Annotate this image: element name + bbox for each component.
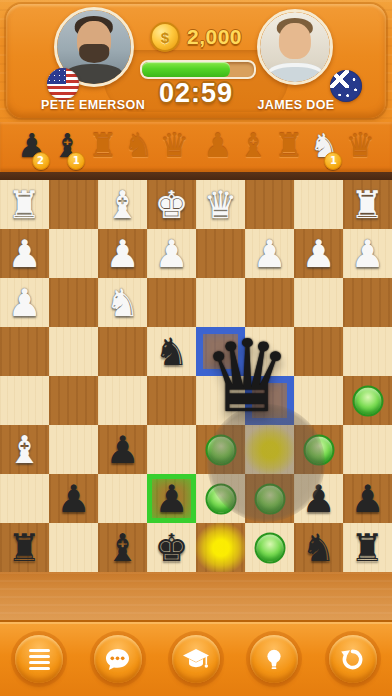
piece-wP-b2[interactable]: ♟ bbox=[294, 229, 343, 278]
captured-slot-rook: ♜ bbox=[271, 122, 307, 172]
piece-wP-a2[interactable]: ♟ bbox=[343, 229, 392, 278]
piece-wK-e1[interactable]: ♚ bbox=[147, 180, 196, 229]
square-h8[interactable]: ♜ bbox=[0, 523, 49, 572]
move-timer: 02:59 bbox=[116, 78, 276, 109]
square-c2[interactable]: ♟ bbox=[245, 229, 294, 278]
piece-wP-f2[interactable]: ♟ bbox=[98, 229, 147, 278]
captured-slot-bishop: ♝ bbox=[236, 122, 272, 172]
piece-bP-e7[interactable]: ♟ bbox=[147, 474, 196, 523]
piece-wB-f1[interactable]: ♝ bbox=[98, 180, 147, 229]
piece-bN-b8[interactable]: ♞ bbox=[294, 523, 343, 572]
square-g3[interactable] bbox=[49, 278, 98, 327]
legal-move-dot[interactable] bbox=[205, 483, 236, 514]
captured-tray-right: ♟♝♜♞1♛ bbox=[200, 122, 378, 172]
dragged-black-queen[interactable]: ♛ bbox=[198, 324, 296, 432]
coin-amount: 2,000 bbox=[187, 25, 242, 49]
captured-slot-knight: ♞1 bbox=[307, 122, 343, 172]
legal-move-dot[interactable] bbox=[254, 483, 285, 514]
square-h4[interactable] bbox=[0, 327, 49, 376]
piece-bN-e4[interactable]: ♞ bbox=[147, 327, 196, 376]
legal-move-dot[interactable] bbox=[205, 434, 236, 465]
chess-board: ♜♝♚♛♜♟♟♟♟♟♟♟♞♞♝♟♟♟♟♟♜♝♚♞♜ bbox=[0, 180, 392, 572]
coin-icon: $ bbox=[150, 22, 180, 52]
piece-wR-a1[interactable]: ♜ bbox=[343, 180, 392, 229]
turn-progress-fill bbox=[142, 62, 230, 77]
captured-slot-rook: ♜ bbox=[85, 122, 121, 172]
chess-app-screen: PETE EMERSON JAMES DOE $ 2,000 02:59 ♟2♝… bbox=[0, 0, 392, 696]
usa-flag-icon bbox=[47, 68, 79, 100]
square-e1[interactable]: ♚ bbox=[147, 180, 196, 229]
piece-bK-e8[interactable]: ♚ bbox=[147, 523, 196, 572]
undo-button[interactable] bbox=[329, 635, 377, 683]
piece-bR-a8[interactable]: ♜ bbox=[343, 523, 392, 572]
square-h2[interactable]: ♟ bbox=[0, 229, 49, 278]
square-h3[interactable]: ♟ bbox=[0, 278, 49, 327]
square-c1[interactable] bbox=[245, 180, 294, 229]
yellow-glow bbox=[195, 522, 247, 574]
square-f3[interactable]: ♞ bbox=[98, 278, 147, 327]
piece-bP-b7[interactable]: ♟ bbox=[294, 474, 343, 523]
pawn-silhouette-icon: ♟ bbox=[203, 126, 233, 165]
queen-silhouette-icon: ♛ bbox=[345, 126, 375, 165]
queen-silhouette-icon: ♛ bbox=[159, 126, 189, 165]
knight-silhouette-icon: ♞ bbox=[124, 126, 154, 165]
captured-slot-pawn: ♟ bbox=[200, 122, 236, 172]
menu-button[interactable] bbox=[15, 635, 63, 683]
captured-slot-pawn: ♟2 bbox=[14, 122, 50, 172]
square-d2[interactable] bbox=[196, 229, 245, 278]
square-a2[interactable]: ♟ bbox=[343, 229, 392, 278]
piece-bP-g7[interactable]: ♟ bbox=[49, 474, 98, 523]
legal-move-dot[interactable] bbox=[303, 434, 334, 465]
square-b5[interactable] bbox=[294, 376, 343, 425]
square-a1[interactable]: ♜ bbox=[343, 180, 392, 229]
captured-count-badge: 2 bbox=[32, 152, 50, 170]
piece-wP-c2[interactable]: ♟ bbox=[245, 229, 294, 278]
square-g2[interactable] bbox=[49, 229, 98, 278]
square-g8[interactable] bbox=[49, 523, 98, 572]
square-d8[interactable] bbox=[196, 523, 245, 572]
square-e2[interactable]: ♟ bbox=[147, 229, 196, 278]
square-f6[interactable]: ♟ bbox=[98, 425, 147, 474]
square-b6[interactable] bbox=[294, 425, 343, 474]
hint-button[interactable] bbox=[250, 635, 298, 683]
piece-bP-a7[interactable]: ♟ bbox=[343, 474, 392, 523]
piece-wB-h6[interactable]: ♝ bbox=[0, 425, 49, 474]
square-f1[interactable]: ♝ bbox=[98, 180, 147, 229]
bottom-toolbar bbox=[0, 620, 392, 696]
square-h5[interactable] bbox=[0, 376, 49, 425]
captured-slot-bishop: ♝1 bbox=[50, 122, 86, 172]
square-a3[interactable] bbox=[343, 278, 392, 327]
menu-icon bbox=[29, 649, 50, 670]
square-b1[interactable] bbox=[294, 180, 343, 229]
square-d7[interactable] bbox=[196, 474, 245, 523]
piece-bP-f6[interactable]: ♟ bbox=[98, 425, 147, 474]
square-c7[interactable] bbox=[245, 474, 294, 523]
square-g1[interactable] bbox=[49, 180, 98, 229]
piece-wQ-d1[interactable]: ♛ bbox=[196, 180, 245, 229]
square-e7[interactable]: ♟ bbox=[147, 474, 196, 523]
captured-count-badge: 1 bbox=[67, 152, 85, 170]
legal-move-dot[interactable] bbox=[352, 385, 383, 416]
square-e6[interactable] bbox=[147, 425, 196, 474]
lower-wood-strip bbox=[0, 572, 392, 620]
piece-wR-h1[interactable]: ♜ bbox=[0, 180, 49, 229]
piece-bB-f8[interactable]: ♝ bbox=[98, 523, 147, 572]
piece-wP-h3[interactable]: ♟ bbox=[0, 278, 49, 327]
coin-balance: $ 2,000 bbox=[0, 22, 392, 52]
piece-wP-e2[interactable]: ♟ bbox=[147, 229, 196, 278]
square-b4[interactable] bbox=[294, 327, 343, 376]
square-b7[interactable]: ♟ bbox=[294, 474, 343, 523]
square-a8[interactable]: ♜ bbox=[343, 523, 392, 572]
square-b3[interactable] bbox=[294, 278, 343, 327]
square-b8[interactable]: ♞ bbox=[294, 523, 343, 572]
square-g6[interactable] bbox=[49, 425, 98, 474]
square-g7[interactable]: ♟ bbox=[49, 474, 98, 523]
square-e4[interactable]: ♞ bbox=[147, 327, 196, 376]
undo-rotate-icon bbox=[340, 647, 365, 672]
square-e3[interactable] bbox=[147, 278, 196, 327]
square-c8[interactable] bbox=[245, 523, 294, 572]
square-e5[interactable] bbox=[147, 376, 196, 425]
chat-button[interactable] bbox=[94, 635, 142, 683]
square-a5[interactable] bbox=[343, 376, 392, 425]
graduation-cap-icon bbox=[182, 647, 210, 671]
captured-slot-knight: ♞ bbox=[121, 122, 157, 172]
captured-count-badge: 1 bbox=[324, 152, 342, 170]
captured-tray-left: ♟2♝1♜♞♛ bbox=[14, 122, 192, 172]
square-g4[interactable] bbox=[49, 327, 98, 376]
turn-progress-bar bbox=[140, 60, 256, 79]
captured-slot-queen: ♛ bbox=[342, 122, 378, 172]
legal-move-dot[interactable] bbox=[254, 532, 285, 563]
square-h6[interactable]: ♝ bbox=[0, 425, 49, 474]
captured-slot-queen: ♛ bbox=[156, 122, 192, 172]
captured-pieces-band: ♟2♝1♜♞♛ ♟♝♜♞1♛ bbox=[0, 122, 392, 172]
square-a4[interactable] bbox=[343, 327, 392, 376]
rook-silhouette-icon: ♜ bbox=[274, 126, 304, 165]
piece-wN-f3[interactable]: ♞ bbox=[98, 278, 147, 327]
square-f8[interactable]: ♝ bbox=[98, 523, 147, 572]
piece-wP-h2[interactable]: ♟ bbox=[0, 229, 49, 278]
square-h1[interactable]: ♜ bbox=[0, 180, 49, 229]
square-a7[interactable]: ♟ bbox=[343, 474, 392, 523]
square-d1[interactable]: ♛ bbox=[196, 180, 245, 229]
square-f4[interactable] bbox=[98, 327, 147, 376]
square-f2[interactable]: ♟ bbox=[98, 229, 147, 278]
square-a6[interactable] bbox=[343, 425, 392, 474]
square-e8[interactable]: ♚ bbox=[147, 523, 196, 572]
square-h7[interactable] bbox=[0, 474, 49, 523]
square-f5[interactable] bbox=[98, 376, 147, 425]
piece-bR-h8[interactable]: ♜ bbox=[0, 523, 49, 572]
bishop-silhouette-icon: ♝ bbox=[239, 126, 269, 165]
lightbulb-icon bbox=[262, 647, 286, 671]
rook-silhouette-icon: ♜ bbox=[88, 126, 118, 165]
learn-button[interactable] bbox=[172, 635, 220, 683]
square-f7[interactable] bbox=[98, 474, 147, 523]
chat-bubble-icon bbox=[104, 647, 131, 672]
board-top-edge bbox=[0, 172, 392, 180]
square-b2[interactable]: ♟ bbox=[294, 229, 343, 278]
square-g5[interactable] bbox=[49, 376, 98, 425]
